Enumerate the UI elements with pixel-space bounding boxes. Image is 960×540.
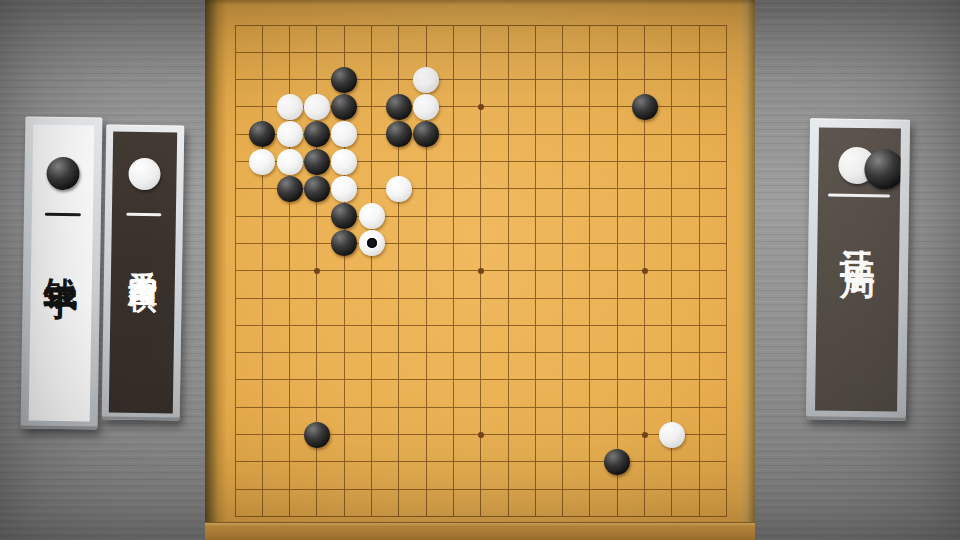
handicap-plaque: 让二子局 xyxy=(806,118,910,420)
white-stone xyxy=(359,203,385,229)
grid-line-horizontal xyxy=(235,52,727,53)
grid-line-horizontal xyxy=(235,516,727,517)
white-stone xyxy=(659,422,685,448)
star-point xyxy=(642,268,648,274)
black-stone xyxy=(277,176,303,202)
black-stone xyxy=(304,176,330,202)
white-stone xyxy=(331,149,357,175)
white-player-name: 爱奇围棋 xyxy=(111,248,175,265)
grid-line-vertical xyxy=(453,25,454,517)
black-stone xyxy=(386,94,412,120)
grid-line-vertical xyxy=(726,25,727,517)
white-player-plaque: 爱奇围棋 xyxy=(102,124,185,420)
black-player-plaque-panel: 钱宇平 xyxy=(29,125,95,422)
black-stone xyxy=(304,121,330,147)
white-stone xyxy=(277,149,303,175)
white-stone xyxy=(277,121,303,147)
grid-line-horizontal xyxy=(235,79,727,80)
white-player-plaque-panel: 爱奇围棋 xyxy=(109,132,177,414)
black-stone xyxy=(604,449,630,475)
black-stone xyxy=(304,422,330,448)
white-stone xyxy=(331,176,357,202)
white-stone xyxy=(386,176,412,202)
grid-line-horizontal xyxy=(235,216,727,217)
grid-line-vertical xyxy=(562,25,563,517)
black-stone xyxy=(632,94,658,120)
star-point xyxy=(642,432,648,438)
star-point xyxy=(478,268,484,274)
black-stone xyxy=(331,67,357,93)
grid-line-vertical xyxy=(262,25,263,517)
black-stone xyxy=(331,230,357,256)
white-stone xyxy=(331,121,357,147)
black-stone-icon xyxy=(864,149,901,190)
star-point xyxy=(478,104,484,110)
white-stone xyxy=(359,230,385,256)
grid-line-horizontal xyxy=(235,298,727,299)
grid-line-horizontal xyxy=(235,407,727,408)
star-point xyxy=(478,432,484,438)
black-player-plaque: 钱宇平 xyxy=(21,116,103,429)
white-stone xyxy=(413,94,439,120)
black-stone xyxy=(331,94,357,120)
plaque-divider xyxy=(126,213,161,217)
app-root: 钱宇平 爱奇围棋 让二子局 xyxy=(0,0,960,540)
black-stone xyxy=(249,121,275,147)
black-stone xyxy=(413,121,439,147)
grid-line-vertical xyxy=(371,25,372,517)
grid-line-vertical xyxy=(699,25,700,517)
plaque-divider xyxy=(828,194,890,198)
black-stone xyxy=(331,203,357,229)
white-stone-icon xyxy=(128,158,160,190)
white-stone xyxy=(249,149,275,175)
grid-line-horizontal xyxy=(235,379,727,380)
black-stone-icon xyxy=(46,157,80,191)
grid-line-vertical xyxy=(617,25,618,517)
white-stone xyxy=(304,94,330,120)
grid-line-horizontal xyxy=(235,25,727,26)
grid-line-horizontal xyxy=(235,461,727,462)
grid-line-horizontal xyxy=(235,489,727,490)
handicap-label: 让二子局 xyxy=(817,220,899,245)
black-stone xyxy=(386,121,412,147)
white-stone xyxy=(277,94,303,120)
handicap-plaque-panel: 让二子局 xyxy=(815,127,901,411)
last-move-marker xyxy=(367,238,377,248)
grid-line-horizontal xyxy=(235,325,727,326)
board-edge-bottom xyxy=(205,522,755,540)
black-stone xyxy=(304,149,330,175)
grid-line-vertical xyxy=(508,25,509,517)
grid-line-horizontal xyxy=(235,243,727,244)
grid-line-vertical xyxy=(535,25,536,517)
plaque-divider xyxy=(44,213,80,217)
grid-line-horizontal xyxy=(235,352,727,353)
board-grid xyxy=(205,0,755,540)
grid-line-vertical xyxy=(235,25,236,517)
grid-line-vertical xyxy=(589,25,590,517)
black-player-name: 钱宇平 xyxy=(31,251,92,267)
white-stone xyxy=(413,67,439,93)
go-board[interactable] xyxy=(205,0,755,540)
star-point xyxy=(314,268,320,274)
